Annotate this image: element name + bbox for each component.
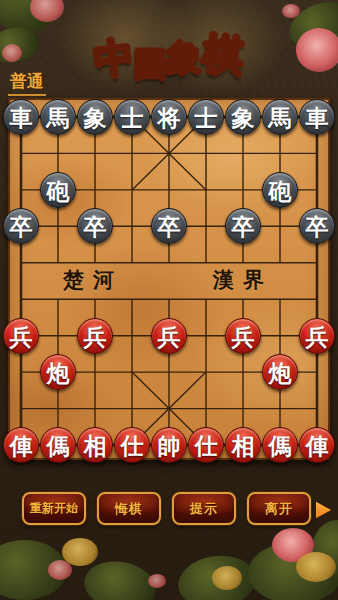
piece-black-cannon[interactable]: 砲 xyxy=(40,172,76,208)
piece-black-horse[interactable]: 馬 xyxy=(40,99,76,135)
xiangqi-board[interactable]: 楚河 漢界 車馬象士将士象馬車砲砲卒卒卒卒卒兵兵兵兵兵炮炮俥傌相仕帥仕相傌俥 xyxy=(8,98,330,460)
xiangqi-app: 中国象棋 普通 楚河 漢界 車馬象士将士象馬車砲砲卒卒卒卒卒兵兵兵兵兵炮炮俥傌相… xyxy=(0,0,338,600)
piece-black-soldier[interactable]: 卒 xyxy=(299,208,335,244)
piece-red-general[interactable]: 帥 xyxy=(151,427,187,463)
piece-red-cannon[interactable]: 炮 xyxy=(262,354,298,390)
piece-black-advisor[interactable]: 士 xyxy=(188,99,224,135)
piece-red-horse[interactable]: 傌 xyxy=(262,427,298,463)
app-title-char: 棋 xyxy=(199,25,247,85)
more-actions-arrow-icon[interactable] xyxy=(316,501,331,519)
piece-red-soldier[interactable]: 兵 xyxy=(151,318,187,354)
piece-red-horse[interactable]: 傌 xyxy=(40,427,76,463)
restart-button[interactable]: 重新开始 xyxy=(22,492,86,525)
piece-black-elephant[interactable]: 象 xyxy=(77,99,113,135)
piece-red-advisor[interactable]: 仕 xyxy=(114,427,150,463)
piece-red-soldier[interactable]: 兵 xyxy=(77,318,113,354)
piece-black-chariot[interactable]: 車 xyxy=(3,99,39,135)
app-title-char: 中 xyxy=(91,29,137,88)
piece-red-elephant[interactable]: 相 xyxy=(77,427,113,463)
piece-red-chariot[interactable]: 俥 xyxy=(3,427,39,463)
app-title-char: 象 xyxy=(165,33,204,84)
piece-red-cannon[interactable]: 炮 xyxy=(40,354,76,390)
piece-red-soldier[interactable]: 兵 xyxy=(225,318,261,354)
piece-red-elephant[interactable]: 相 xyxy=(225,427,261,463)
piece-black-elephant[interactable]: 象 xyxy=(225,99,261,135)
app-title: 中国象棋 xyxy=(0,28,338,84)
toolbar: 重新开始 悔棋 提示 离开 xyxy=(22,492,311,525)
piece-red-soldier[interactable]: 兵 xyxy=(3,318,39,354)
piece-black-general[interactable]: 将 xyxy=(151,99,187,135)
piece-red-chariot[interactable]: 俥 xyxy=(299,427,335,463)
piece-red-advisor[interactable]: 仕 xyxy=(188,427,224,463)
piece-red-soldier[interactable]: 兵 xyxy=(299,318,335,354)
piece-black-horse[interactable]: 馬 xyxy=(262,99,298,135)
river-label-chu: 楚河 xyxy=(63,266,123,294)
river-label-han: 漢界 xyxy=(213,266,273,294)
leave-button[interactable]: 离开 xyxy=(247,492,311,525)
hint-button[interactable]: 提示 xyxy=(172,492,236,525)
piece-black-advisor[interactable]: 士 xyxy=(114,99,150,135)
piece-black-cannon[interactable]: 砲 xyxy=(262,172,298,208)
difficulty-label: 普通 xyxy=(8,70,46,96)
piece-black-chariot[interactable]: 車 xyxy=(299,99,335,135)
undo-button[interactable]: 悔棋 xyxy=(97,492,161,525)
app-title-char: 国 xyxy=(134,43,166,87)
